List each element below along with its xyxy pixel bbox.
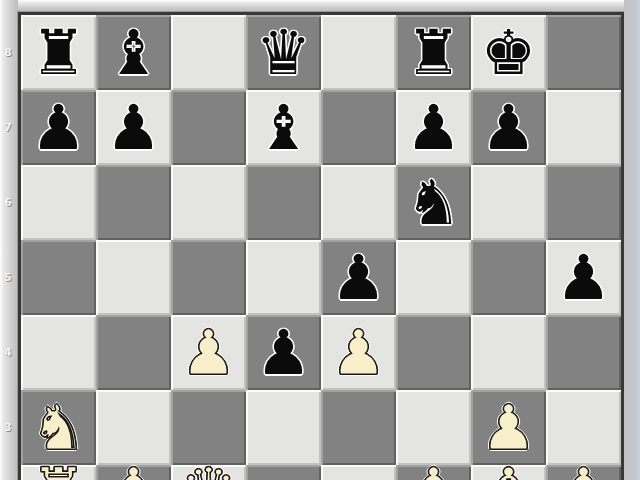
square-h7[interactable] (546, 90, 621, 165)
piece-black-king[interactable]: ♚ (471, 15, 546, 90)
rank-label-5: 5 (0, 240, 16, 315)
square-d7[interactable]: ♝ (246, 90, 321, 165)
window-border-right (624, 0, 640, 480)
square-g7[interactable]: ♟ (471, 90, 546, 165)
square-e2[interactable] (321, 465, 396, 480)
piece-black-pawn[interactable]: ♟ (471, 90, 546, 165)
rank-label-3: 3 (0, 390, 16, 465)
square-c2[interactable]: ♛ (171, 465, 246, 480)
rank-label-7: 7 (0, 90, 16, 165)
square-h2[interactable]: ♟ (546, 465, 621, 480)
square-a6[interactable] (21, 165, 96, 240)
square-e3[interactable] (321, 390, 396, 465)
square-h5[interactable]: ♟ (546, 240, 621, 315)
square-h8[interactable] (546, 15, 621, 90)
square-b4[interactable] (96, 315, 171, 390)
square-f7[interactable]: ♟ (396, 90, 471, 165)
piece-black-pawn[interactable]: ♟ (21, 90, 96, 165)
square-d4[interactable]: ♟ (246, 315, 321, 390)
piece-black-queen[interactable]: ♛ (246, 15, 321, 90)
piece-white-pawn[interactable]: ♟ (396, 453, 471, 480)
square-e8[interactable] (321, 15, 396, 90)
square-c4[interactable]: ♟ (171, 315, 246, 390)
board-frame: ♜♝♛♜♚♟♟♝♟♟♞♟♟♟♟♟♞♟♜♟♛♟♝♟ (18, 12, 624, 480)
piece-black-pawn[interactable]: ♟ (396, 90, 471, 165)
rank-label-6: 6 (0, 165, 16, 240)
square-e5[interactable]: ♟ (321, 240, 396, 315)
piece-black-knight[interactable]: ♞ (396, 165, 471, 240)
square-g6[interactable] (471, 165, 546, 240)
square-g4[interactable] (471, 315, 546, 390)
square-d5[interactable] (246, 240, 321, 315)
square-e6[interactable] (321, 165, 396, 240)
piece-white-bishop[interactable]: ♝ (471, 453, 546, 480)
piece-white-queen[interactable]: ♛ (171, 453, 246, 480)
square-f6[interactable]: ♞ (396, 165, 471, 240)
square-f5[interactable] (396, 240, 471, 315)
rank-label-4: 4 (0, 315, 16, 390)
piece-white-pawn[interactable]: ♟ (546, 453, 621, 480)
square-c8[interactable] (171, 15, 246, 90)
square-f2[interactable]: ♟ (396, 465, 471, 480)
square-a4[interactable] (21, 315, 96, 390)
square-b5[interactable] (96, 240, 171, 315)
square-e4[interactable]: ♟ (321, 315, 396, 390)
square-e7[interactable] (321, 90, 396, 165)
piece-black-rook[interactable]: ♜ (396, 15, 471, 90)
square-d3[interactable] (246, 390, 321, 465)
piece-black-bishop[interactable]: ♝ (96, 15, 171, 90)
square-h6[interactable] (546, 165, 621, 240)
square-h4[interactable] (546, 315, 621, 390)
square-d6[interactable] (246, 165, 321, 240)
square-g2[interactable]: ♝ (471, 465, 546, 480)
square-c7[interactable] (171, 90, 246, 165)
piece-white-pawn[interactable]: ♟ (321, 315, 396, 390)
square-a8[interactable]: ♜ (21, 15, 96, 90)
square-d2[interactable] (246, 465, 321, 480)
square-a2[interactable]: ♜ (21, 465, 96, 480)
square-b7[interactable]: ♟ (96, 90, 171, 165)
piece-black-rook[interactable]: ♜ (21, 15, 96, 90)
square-b8[interactable]: ♝ (96, 15, 171, 90)
square-g5[interactable] (471, 240, 546, 315)
square-a5[interactable] (21, 240, 96, 315)
window-border-top (0, 0, 640, 12)
chess-board[interactable]: ♜♝♛♜♚♟♟♝♟♟♞♟♟♟♟♟♞♟♜♟♛♟♝♟ (21, 15, 621, 480)
piece-black-pawn[interactable]: ♟ (546, 240, 621, 315)
rank-label-8: 8 (0, 15, 16, 90)
square-b2[interactable]: ♟ (96, 465, 171, 480)
piece-white-pawn[interactable]: ♟ (96, 453, 171, 480)
square-f8[interactable]: ♜ (396, 15, 471, 90)
square-a7[interactable]: ♟ (21, 90, 96, 165)
square-f4[interactable] (396, 315, 471, 390)
piece-black-pawn[interactable]: ♟ (96, 90, 171, 165)
square-b6[interactable] (96, 165, 171, 240)
piece-white-rook[interactable]: ♜ (21, 453, 96, 480)
square-c5[interactable] (171, 240, 246, 315)
piece-black-pawn[interactable]: ♟ (246, 315, 321, 390)
piece-black-pawn[interactable]: ♟ (321, 240, 396, 315)
piece-black-bishop[interactable]: ♝ (246, 90, 321, 165)
piece-white-pawn[interactable]: ♟ (171, 315, 246, 390)
square-g8[interactable]: ♚ (471, 15, 546, 90)
square-d8[interactable]: ♛ (246, 15, 321, 90)
square-c6[interactable] (171, 165, 246, 240)
